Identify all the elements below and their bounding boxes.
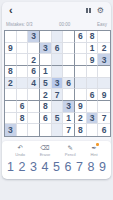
cell-r4c3[interactable]: 6 [28, 66, 40, 78]
numpad-8[interactable]: 8 [88, 159, 95, 177]
undo-button[interactable]: ↶Undo [15, 144, 25, 157]
cell-r5c6[interactable]: 6 [63, 78, 75, 90]
cell-r3c2[interactable] [17, 54, 29, 66]
cell-r4c7[interactable] [75, 66, 87, 78]
cell-r8c6[interactable]: 1 [63, 113, 75, 125]
undo-icon: ↶ [17, 144, 22, 151]
cell-r6c2[interactable] [17, 89, 29, 101]
cell-r7c2[interactable]: 6 [17, 101, 29, 113]
pause-icon[interactable] [86, 8, 91, 14]
cell-r4c9[interactable] [98, 66, 110, 78]
cell-r6c1[interactable] [5, 89, 17, 101]
cell-r2c1[interactable]: 9 [5, 43, 17, 55]
cell-r3c4[interactable] [40, 54, 52, 66]
numpad-4[interactable]: 4 [42, 159, 49, 177]
erase-button[interactable]: ⌫Erase [40, 144, 50, 157]
cell-r7c5[interactable] [52, 101, 64, 113]
cell-r3c6[interactable] [63, 54, 75, 66]
nav-right-group: ⚙ [86, 7, 104, 15]
cell-r8c3[interactable] [28, 113, 40, 125]
cell-r2c8[interactable]: 1 [87, 43, 99, 55]
cell-r2c9[interactable]: 2 [98, 43, 110, 55]
cell-r4c1[interactable]: 8 [5, 66, 17, 78]
cell-r5c5[interactable]: 3 [52, 78, 64, 90]
mistakes-counter: Mistakes: 0/3 [6, 22, 33, 27]
numpad-1[interactable]: 1 [7, 159, 14, 177]
cell-r8c1[interactable] [5, 113, 17, 125]
cell-r6c6[interactable] [63, 89, 75, 101]
controls-card: ↶Undo⌫Erase✎Pencil✒Hint 123456789 [2, 141, 111, 179]
cell-r8c5[interactable]: 5 [52, 113, 64, 125]
cell-r7c8[interactable] [87, 101, 99, 113]
cell-r1c5[interactable] [52, 31, 64, 43]
cell-r5c3[interactable]: 4 [28, 78, 40, 90]
cell-r9c2[interactable] [17, 124, 29, 136]
top-nav-bar: ‹ ⚙ [2, 2, 111, 19]
hint-button[interactable]: ✒Hint [90, 144, 97, 157]
cell-r5c7[interactable] [75, 78, 87, 90]
cell-r4c6[interactable] [63, 66, 75, 78]
cell-r5c1[interactable]: 2 [5, 78, 17, 90]
cell-r1c3[interactable]: 3 [28, 31, 40, 43]
timer: 00:00 [59, 22, 70, 27]
sudoku-board[interactable]: 36893612293861245362769683986512373786 [4, 30, 111, 137]
cell-r5c2[interactable] [17, 78, 29, 90]
cell-r8c7[interactable]: 2 [75, 113, 87, 125]
cell-r6c9[interactable]: 9 [98, 89, 110, 101]
cell-r8c8[interactable]: 3 [87, 113, 99, 125]
status-row: Mistakes: 0/3 00:00 Easy [2, 20, 111, 29]
cell-r8c2[interactable]: 8 [17, 113, 29, 125]
cell-r1c7[interactable]: 6 [75, 31, 87, 43]
cell-r8c9[interactable]: 7 [98, 113, 110, 125]
back-button[interactable]: ‹ [9, 5, 13, 16]
cell-r9c6[interactable]: 7 [63, 124, 75, 136]
cell-r2c4[interactable]: 3 [40, 43, 52, 55]
cell-r6c4[interactable]: 2 [40, 89, 52, 101]
cell-r5c4[interactable]: 5 [40, 78, 52, 90]
cell-r6c7[interactable] [75, 89, 87, 101]
number-pad: 123456789 [2, 157, 111, 177]
cell-r1c2[interactable] [17, 31, 29, 43]
cell-r5c9[interactable] [98, 78, 110, 90]
cell-r9c8[interactable] [87, 124, 99, 136]
cell-r7c3[interactable] [28, 101, 40, 113]
cell-r7c1[interactable] [5, 101, 17, 113]
cell-r6c8[interactable]: 6 [87, 89, 99, 101]
cell-r7c4[interactable]: 8 [40, 101, 52, 113]
phone-screen: ‹ ⚙ Mistakes: 0/3 00:00 Easy 36893612293… [2, 2, 111, 179]
cell-r9c7[interactable]: 8 [75, 124, 87, 136]
cell-r9c1[interactable]: 3 [5, 124, 17, 136]
cell-r2c3[interactable] [28, 43, 40, 55]
hint-label: Hint [90, 152, 97, 157]
pencil-icon: ✎ [68, 144, 73, 151]
cell-r4c4[interactable]: 1 [40, 66, 52, 78]
numpad-7[interactable]: 7 [76, 159, 83, 177]
cell-r7c7[interactable]: 9 [75, 101, 87, 113]
cell-r3c1[interactable] [5, 54, 17, 66]
cell-r4c2[interactable] [17, 66, 29, 78]
cell-r6c5[interactable]: 7 [52, 89, 64, 101]
cell-r2c2[interactable] [17, 43, 29, 55]
cell-r4c8[interactable] [87, 66, 99, 78]
erase-label: Erase [40, 152, 50, 157]
numpad-2[interactable]: 2 [19, 159, 26, 177]
cell-r1c4[interactable] [40, 31, 52, 43]
gear-icon[interactable]: ⚙ [97, 7, 104, 15]
pencil-label: Pencil [65, 152, 76, 157]
cell-r5c8[interactable] [87, 78, 99, 90]
cell-r9c3[interactable] [28, 124, 40, 136]
numpad-9[interactable]: 9 [99, 159, 106, 177]
pencil-button[interactable]: ✎Pencil [65, 144, 76, 157]
cell-r6c3[interactable] [28, 89, 40, 101]
cell-r1c6[interactable] [63, 31, 75, 43]
hint-badge [96, 143, 99, 146]
cell-r3c9[interactable]: 3 [98, 54, 110, 66]
cell-r3c3[interactable]: 2 [28, 54, 40, 66]
cell-r7c6[interactable]: 3 [63, 101, 75, 113]
cell-r3c7[interactable] [75, 54, 87, 66]
cell-r1c9[interactable] [98, 31, 110, 43]
erase-icon: ⌫ [40, 144, 49, 151]
cell-r7c9[interactable] [98, 101, 110, 113]
cell-r1c1[interactable] [5, 31, 17, 43]
numpad-5[interactable]: 5 [53, 159, 60, 177]
cell-r9c4[interactable] [40, 124, 52, 136]
difficulty-label: Easy [97, 22, 107, 27]
cell-r2c7[interactable] [75, 43, 87, 55]
cell-r3c5[interactable] [52, 54, 64, 66]
cell-r9c5[interactable] [52, 124, 64, 136]
cell-r4c5[interactable] [52, 66, 64, 78]
cell-r3c8[interactable]: 9 [87, 54, 99, 66]
cell-r1c8[interactable]: 8 [87, 31, 99, 43]
cell-r9c9[interactable]: 6 [98, 124, 110, 136]
cell-r2c6[interactable] [63, 43, 75, 55]
action-button-row: ↶Undo⌫Erase✎Pencil✒Hint [2, 141, 111, 157]
cell-r2c5[interactable]: 6 [52, 43, 64, 55]
numpad-6[interactable]: 6 [65, 159, 72, 177]
undo-label: Undo [15, 152, 25, 157]
cell-r8c4[interactable]: 6 [40, 113, 52, 125]
numpad-3[interactable]: 3 [30, 159, 37, 177]
